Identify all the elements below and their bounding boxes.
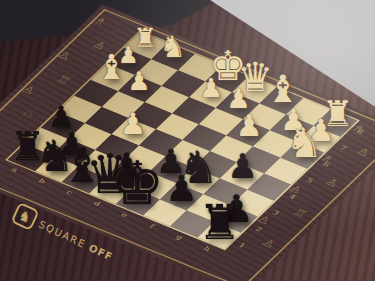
black-chess-piece[interactable]: ♟ <box>228 151 258 185</box>
black-chess-piece[interactable]: ♜ <box>198 198 241 246</box>
black-chess-piece[interactable]: ♚ <box>110 154 164 214</box>
white-chess-piece[interactable]: ♟ <box>120 109 147 139</box>
squareoff-board-photo: ♗♙♙♖♙♘♙♗♙♗♙♙♖♙♙ abcdefgh12345678 ♞ SQUAR… <box>0 0 375 281</box>
white-chess-piece[interactable]: ♟ <box>128 69 151 95</box>
white-chess-piece[interactable]: ♝ <box>96 50 127 84</box>
black-chess-piece[interactable]: ♟ <box>166 170 198 206</box>
white-chess-piece[interactable]: ♞ <box>285 123 322 164</box>
white-chess-piece[interactable]: ♟ <box>236 110 263 140</box>
white-chess-piece[interactable]: ♞ <box>160 33 186 62</box>
white-chess-piece[interactable]: ♟ <box>199 75 223 101</box>
knight-glyph: ♞ <box>16 206 34 226</box>
